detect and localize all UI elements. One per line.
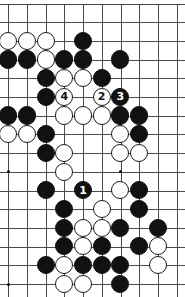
stone-black-c1-r3[interactable]: [18, 50, 36, 68]
stone-black-c5-r4[interactable]: [93, 69, 111, 87]
stone-white-c3-r9[interactable]: [55, 163, 73, 181]
stone-black-c3-r3[interactable]: [55, 50, 73, 68]
move-3-stone-black-c6-r5[interactable]: 3: [111, 88, 129, 106]
stone-white-c2-r2[interactable]: [37, 32, 55, 50]
stone-black-c6-r15[interactable]: [111, 275, 129, 293]
stone-black-c7-r7[interactable]: [130, 125, 148, 143]
stone-black-c7-r10[interactable]: [130, 181, 148, 199]
stone-white-c3-r8[interactable]: [55, 144, 73, 162]
stone-black-c2-r7[interactable]: [37, 125, 55, 143]
stone-black-c3-r13[interactable]: [55, 237, 73, 255]
stone-black-c2-r5[interactable]: [37, 88, 55, 106]
stone-black-c2-r10[interactable]: [37, 181, 55, 199]
stone-white-c3-r4[interactable]: [55, 69, 73, 87]
stone-black-c0-r6[interactable]: [0, 106, 17, 124]
move-number-label: 1: [79, 185, 87, 196]
stone-black-c0-r3[interactable]: [0, 50, 17, 68]
stone-white-c4-r12[interactable]: [74, 219, 92, 237]
move-number-label: 3: [117, 91, 125, 102]
stone-white-c0-r2[interactable]: [0, 32, 17, 50]
board-stone-grid: 4231: [0, 0, 185, 293]
go-diagram-page: 4231: [0, 0, 185, 297]
stone-white-c8-r14[interactable]: [149, 256, 167, 274]
stone-black-c2-r4[interactable]: [37, 69, 55, 87]
stone-white-c6-r7[interactable]: [111, 125, 129, 143]
stone-black-c7-r6[interactable]: [130, 106, 148, 124]
stone-black-c6-r6[interactable]: [111, 106, 129, 124]
stone-black-c5-r14[interactable]: [93, 256, 111, 274]
stone-black-c2-r8[interactable]: [37, 144, 55, 162]
stone-white-c3-r15[interactable]: [55, 275, 73, 293]
stone-black-c6-r3[interactable]: [111, 50, 129, 68]
stone-black-c4-r3[interactable]: [74, 50, 92, 68]
stone-white-c8-r13[interactable]: [149, 237, 167, 255]
stone-white-c4-r6[interactable]: [74, 106, 92, 124]
move-4-stone-white-c3-r5[interactable]: 4: [55, 88, 73, 106]
stone-white-c4-r15[interactable]: [74, 275, 92, 293]
move-number-label: 2: [98, 91, 106, 102]
stone-white-c7-r8[interactable]: [130, 144, 148, 162]
stone-black-c1-r6[interactable]: [18, 106, 36, 124]
stone-white-c4-r4[interactable]: [74, 69, 92, 87]
stone-white-c5-r6[interactable]: [93, 106, 111, 124]
stone-white-c2-r3[interactable]: [37, 50, 55, 68]
stone-black-c5-r13[interactable]: [93, 237, 111, 255]
stone-black-c4-r2[interactable]: [74, 32, 92, 50]
stone-white-c1-r7[interactable]: [18, 125, 36, 143]
stone-black-c3-r12[interactable]: [55, 219, 73, 237]
stone-black-c6-r14[interactable]: [111, 256, 129, 274]
stone-white-c3-r14[interactable]: [55, 256, 73, 274]
stone-black-c6-r12[interactable]: [111, 219, 129, 237]
stone-black-c3-r11[interactable]: [55, 200, 73, 218]
move-1-stone-black-c4-r10[interactable]: 1: [74, 181, 92, 199]
stone-white-c6-r10[interactable]: [111, 181, 129, 199]
stone-black-c4-r14[interactable]: [74, 256, 92, 274]
stone-black-c7-r11[interactable]: [130, 200, 148, 218]
go-board[interactable]: 4231: [0, 0, 185, 297]
stone-white-c1-r2[interactable]: [18, 32, 36, 50]
stone-black-c2-r14[interactable]: [37, 256, 55, 274]
stone-black-c7-r13[interactable]: [130, 237, 148, 255]
stone-white-c5-r12[interactable]: [93, 219, 111, 237]
stone-white-c3-r6[interactable]: [55, 106, 73, 124]
stone-white-c5-r11[interactable]: [93, 200, 111, 218]
stone-black-c8-r12[interactable]: [149, 219, 167, 237]
move-number-label: 4: [60, 91, 68, 102]
stone-white-c4-r13[interactable]: [74, 237, 92, 255]
stone-white-c6-r8[interactable]: [111, 144, 129, 162]
stone-white-c0-r7[interactable]: [0, 125, 17, 143]
move-2-stone-white-c5-r5[interactable]: 2: [93, 88, 111, 106]
